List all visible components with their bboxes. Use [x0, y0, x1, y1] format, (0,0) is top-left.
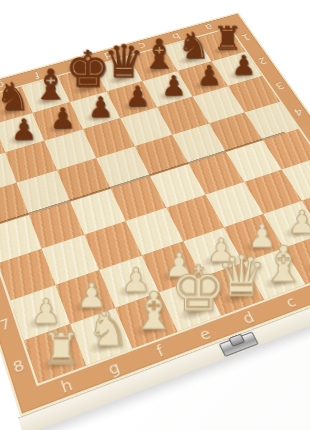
light-b-piece-c8: ♝ — [261, 239, 306, 289]
light-k-piece-e8: ♚ — [170, 258, 226, 321]
dark-p-piece-b2: ♟ — [197, 62, 222, 89]
dark-p-piece-f2: ♟ — [50, 104, 76, 133]
metal-latch-icon — [219, 331, 259, 357]
dark-p-piece-g2: ♟ — [11, 115, 37, 144]
square-a6 — [282, 157, 310, 200]
dark-p-piece-d2: ♟ — [125, 83, 150, 111]
product-photo: ♜♞♝♚♛♝♞♜♟♟♟♟♟♟♟♟♟♟♟♟♟♟♟♟♜♞♝♚♛♝♞♜ hhggffe… — [0, 0, 310, 430]
dark-p-piece-c2: ♟ — [161, 72, 186, 100]
chess-board: ♜♞♝♚♛♝♞♜♟♟♟♟♟♟♟♟♟♟♟♟♟♟♟♟♜♞♝♚♛♝♞♜ hhggffe… — [0, 12, 310, 416]
dark-p-piece-e2: ♟ — [88, 93, 113, 121]
light-r-piece-h8: ♜ — [42, 327, 81, 371]
light-b-piece-f8: ♝ — [131, 285, 178, 337]
light-n-piece-g8: ♞ — [87, 306, 130, 354]
